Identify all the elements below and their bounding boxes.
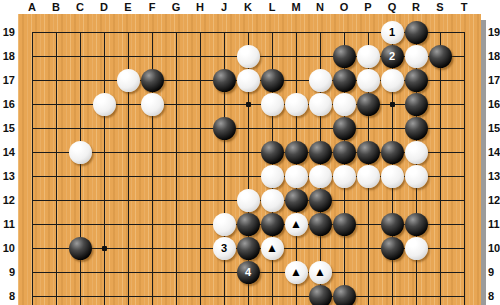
point-P18[interactable] — [356, 44, 380, 68]
white-stone — [285, 93, 308, 116]
point-R11[interactable] — [404, 212, 428, 236]
white-stone — [117, 69, 140, 92]
black-stone — [333, 141, 356, 164]
point-Q19[interactable]: 1 — [380, 20, 404, 44]
point-O8[interactable] — [332, 284, 356, 305]
point-O15[interactable] — [332, 116, 356, 140]
black-stone: 4 — [237, 261, 260, 284]
point-N8[interactable] — [308, 284, 332, 305]
point-Q13[interactable] — [380, 164, 404, 188]
black-stone — [357, 93, 380, 116]
white-stone — [237, 69, 260, 92]
point-K12[interactable] — [236, 188, 260, 212]
point-Q18[interactable]: 2 — [380, 44, 404, 68]
point-N16[interactable] — [308, 92, 332, 116]
point-C10[interactable] — [68, 236, 92, 260]
col-label: L — [262, 1, 282, 13]
black-stone — [381, 141, 404, 164]
row-label: 8 — [488, 290, 500, 302]
point-N9[interactable]: ▲ — [308, 260, 332, 284]
white-stone — [309, 93, 332, 116]
white-stone — [261, 93, 284, 116]
point-Q17[interactable] — [380, 68, 404, 92]
row-label: 9 — [488, 266, 500, 278]
black-stone — [405, 93, 428, 116]
row-label: 13 — [0, 170, 15, 182]
col-label: M — [286, 1, 306, 13]
black-stone — [405, 69, 428, 92]
point-Q10[interactable] — [380, 236, 404, 260]
point-K10[interactable] — [236, 236, 260, 260]
black-stone — [405, 21, 428, 44]
point-M9[interactable]: ▲ — [284, 260, 308, 284]
black-stone — [141, 69, 164, 92]
point-R19[interactable] — [404, 20, 428, 44]
black-stone — [237, 213, 260, 236]
black-stone — [357, 141, 380, 164]
triangle-mark: ▲ — [290, 218, 302, 230]
point-L17[interactable] — [260, 68, 284, 92]
white-stone — [309, 69, 332, 92]
triangle-mark: ▲ — [290, 266, 302, 278]
row-label: 19 — [488, 26, 500, 38]
point-M11[interactable]: ▲ — [284, 212, 308, 236]
col-label: H — [190, 1, 210, 13]
row-label: 15 — [488, 122, 500, 134]
col-label: B — [46, 1, 66, 13]
white-stone — [141, 93, 164, 116]
white-stone — [357, 165, 380, 188]
row-label: 14 — [0, 146, 15, 158]
point-R15[interactable] — [404, 116, 428, 140]
row-label: 17 — [488, 74, 500, 86]
point-R16[interactable] — [404, 92, 428, 116]
black-stone — [333, 213, 356, 236]
col-label: A — [22, 1, 42, 13]
black-stone: 2 — [381, 45, 404, 68]
point-C14[interactable] — [68, 140, 92, 164]
point-N13[interactable] — [308, 164, 332, 188]
point-J10[interactable]: 3 — [212, 236, 236, 260]
black-stone — [213, 69, 236, 92]
stones-layer: 12▲3▲4▲▲ — [20, 20, 476, 305]
white-stone — [357, 45, 380, 68]
point-L12[interactable] — [260, 188, 284, 212]
black-stone — [381, 213, 404, 236]
black-stone — [405, 213, 428, 236]
move-number-label: 2 — [389, 50, 395, 62]
point-K9[interactable]: 4 — [236, 260, 260, 284]
row-label: 14 — [488, 146, 500, 158]
point-K18[interactable] — [236, 44, 260, 68]
row-label: 12 — [488, 194, 500, 206]
point-R14[interactable] — [404, 140, 428, 164]
row-label: 12 — [0, 194, 15, 206]
row-label: 17 — [0, 74, 15, 86]
point-E17[interactable] — [116, 68, 140, 92]
white-stone — [405, 165, 428, 188]
row-label: 18 — [488, 50, 500, 62]
point-M14[interactable] — [284, 140, 308, 164]
col-label: Q — [382, 1, 402, 13]
white-stone — [237, 45, 260, 68]
black-stone — [261, 69, 284, 92]
col-label: O — [334, 1, 354, 13]
point-Q14[interactable] — [380, 140, 404, 164]
white-stone — [261, 189, 284, 212]
point-M12[interactable] — [284, 188, 308, 212]
white-stone — [93, 93, 116, 116]
point-S18[interactable] — [428, 44, 452, 68]
row-label: 10 — [0, 242, 15, 254]
point-R17[interactable] — [404, 68, 428, 92]
go-board-diagram: ABCDEFGHJKLMNOPQRST 19181716151413121110… — [0, 0, 500, 305]
row-label: 10 — [488, 242, 500, 254]
white-stone: ▲ — [285, 213, 308, 236]
point-L11[interactable] — [260, 212, 284, 236]
white-stone: 1 — [381, 21, 404, 44]
white-stone — [405, 141, 428, 164]
white-stone — [333, 93, 356, 116]
col-label: D — [94, 1, 114, 13]
move-number-label: 4 — [245, 266, 251, 278]
black-stone — [213, 117, 236, 140]
point-K11[interactable] — [236, 212, 260, 236]
move-number-label: 3 — [221, 242, 227, 254]
point-R10[interactable] — [404, 236, 428, 260]
triangle-mark: ▲ — [266, 242, 278, 254]
point-O14[interactable] — [332, 140, 356, 164]
black-stone — [309, 285, 332, 305]
board-edge-shadow — [481, 20, 486, 305]
point-N12[interactable] — [308, 188, 332, 212]
col-label: N — [310, 1, 330, 13]
row-label: 13 — [488, 170, 500, 182]
white-stone — [405, 45, 428, 68]
black-stone — [333, 117, 356, 140]
point-N11[interactable] — [308, 212, 332, 236]
white-stone — [261, 165, 284, 188]
move-number-label: 1 — [389, 26, 395, 38]
point-N14[interactable] — [308, 140, 332, 164]
point-O17[interactable] — [332, 68, 356, 92]
white-stone — [381, 69, 404, 92]
point-N17[interactable] — [308, 68, 332, 92]
black-stone — [333, 69, 356, 92]
row-label: 9 — [0, 266, 15, 278]
col-label: F — [142, 1, 162, 13]
black-stone — [261, 213, 284, 236]
black-stone — [405, 117, 428, 140]
triangle-mark: ▲ — [314, 266, 326, 278]
point-L14[interactable] — [260, 140, 284, 164]
col-label: E — [118, 1, 138, 13]
col-label: G — [166, 1, 186, 13]
col-label: J — [214, 1, 234, 13]
black-stone — [261, 141, 284, 164]
go-board[interactable]: 12▲3▲4▲▲ — [18, 14, 481, 305]
black-stone — [429, 45, 452, 68]
black-stone — [237, 237, 260, 260]
point-P17[interactable] — [356, 68, 380, 92]
point-O18[interactable] — [332, 44, 356, 68]
black-stone — [309, 213, 332, 236]
point-L16[interactable] — [260, 92, 284, 116]
point-M13[interactable] — [284, 164, 308, 188]
point-L13[interactable] — [260, 164, 284, 188]
black-stone — [69, 237, 92, 260]
point-P13[interactable] — [356, 164, 380, 188]
white-stone: ▲ — [285, 261, 308, 284]
white-stone — [405, 237, 428, 260]
point-M16[interactable] — [284, 92, 308, 116]
row-label: 16 — [0, 98, 15, 110]
point-P16[interactable] — [356, 92, 380, 116]
point-J15[interactable] — [212, 116, 236, 140]
row-label: 19 — [0, 26, 15, 38]
black-stone — [309, 189, 332, 212]
white-stone — [213, 213, 236, 236]
row-label: 11 — [488, 218, 500, 230]
point-Q11[interactable] — [380, 212, 404, 236]
white-stone — [237, 189, 260, 212]
point-J17[interactable] — [212, 68, 236, 92]
black-stone — [285, 141, 308, 164]
white-stone — [309, 165, 332, 188]
white-stone — [333, 165, 356, 188]
black-stone — [333, 45, 356, 68]
point-O13[interactable] — [332, 164, 356, 188]
white-stone — [381, 165, 404, 188]
point-D16[interactable] — [92, 92, 116, 116]
white-stone: ▲ — [261, 237, 284, 260]
black-stone — [333, 285, 356, 305]
white-stone — [357, 69, 380, 92]
point-O16[interactable] — [332, 92, 356, 116]
row-label: 11 — [0, 218, 15, 230]
black-stone — [309, 141, 332, 164]
black-stone — [285, 189, 308, 212]
point-F17[interactable] — [140, 68, 164, 92]
col-label: C — [70, 1, 90, 13]
col-label: K — [238, 1, 258, 13]
point-J11[interactable] — [212, 212, 236, 236]
row-label: 18 — [0, 50, 15, 62]
col-label: R — [406, 1, 426, 13]
col-label: S — [430, 1, 450, 13]
point-R13[interactable] — [404, 164, 428, 188]
white-stone — [69, 141, 92, 164]
black-stone — [381, 237, 404, 260]
col-label: T — [454, 1, 474, 13]
white-stone: 3 — [213, 237, 236, 260]
point-L10[interactable]: ▲ — [260, 236, 284, 260]
white-stone — [285, 165, 308, 188]
row-label: 16 — [488, 98, 500, 110]
point-F16[interactable] — [140, 92, 164, 116]
col-label: P — [358, 1, 378, 13]
point-K17[interactable] — [236, 68, 260, 92]
point-P14[interactable] — [356, 140, 380, 164]
row-label: 15 — [0, 122, 15, 134]
row-label: 8 — [0, 290, 15, 302]
white-stone: ▲ — [309, 261, 332, 284]
point-O11[interactable] — [332, 212, 356, 236]
point-R18[interactable] — [404, 44, 428, 68]
